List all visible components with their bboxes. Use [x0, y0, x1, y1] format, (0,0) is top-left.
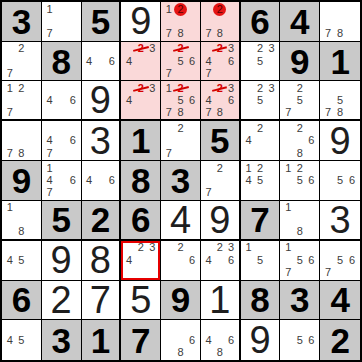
candidate-2: 2 — [214, 43, 225, 55]
candidate-7: 7 — [163, 147, 175, 159]
candidate-6: 6 — [186, 55, 198, 67]
cell-r5c5[interactable]: 3 — [161, 161, 201, 201]
cell-r8c8[interactable]: 3 — [280, 281, 320, 321]
candidate-6: 6 — [67, 135, 79, 147]
candidate-3: 3 — [147, 242, 159, 254]
given-digit: 3 — [290, 282, 309, 317]
candidate-4: 4 — [203, 254, 214, 266]
cell-r9c9[interactable]: 2 — [320, 320, 360, 360]
cell-r4c3[interactable]: 3 — [82, 121, 122, 161]
solved-digit: 2 — [51, 281, 72, 319]
cell-r1c8[interactable]: 4 — [280, 2, 320, 42]
cell-r6c5[interactable]: 4 — [161, 201, 201, 241]
cell-r6c7[interactable]: 7 — [241, 201, 281, 241]
pencil-marks: 18 — [4, 202, 39, 238]
cell-r5c9[interactable]: 56 — [320, 161, 360, 201]
cell-r7c5[interactable]: 26 — [161, 241, 201, 281]
solved-digit: 1 — [209, 281, 230, 319]
cell-r3c7[interactable]: 235 — [241, 81, 281, 121]
candidate-7: 7 — [322, 106, 334, 118]
cell-r8c9[interactable]: 4 — [320, 281, 360, 321]
given-digit: 3 — [171, 163, 190, 198]
candidate-1: 1 — [163, 82, 175, 94]
candidate-1: 1 — [163, 3, 175, 15]
candidate-3: 3 — [266, 43, 278, 55]
candidate-7: 7 — [322, 266, 334, 278]
pencil-marks: 78 — [4, 122, 39, 159]
candidate-7: 7 — [163, 27, 175, 39]
pencil-marks: 23467 — [203, 43, 237, 80]
candidate-1: 1 — [44, 162, 56, 174]
candidate-8: 8 — [175, 346, 187, 359]
candidate-4: 4 — [44, 174, 56, 186]
candidate-4: 4 — [4, 334, 16, 347]
given-digit: 5 — [51, 202, 70, 237]
candidate-1: 1 — [4, 82, 16, 94]
candidate-2: 2 — [254, 162, 266, 174]
candidate-4: 4 — [203, 334, 214, 347]
cell-r2c3[interactable]: 46 — [82, 42, 122, 82]
candidate-6: 6 — [186, 94, 198, 106]
solved-digit: 3 — [330, 201, 351, 239]
pencil-marks: 45 — [4, 321, 39, 359]
candidate-4: 4 — [123, 254, 135, 266]
cell-r8c6[interactable]: 1 — [201, 281, 241, 321]
candidate-5: 5 — [16, 254, 28, 266]
cell-r2c5[interactable]: 2567 — [161, 42, 201, 82]
candidate-2: 2 — [175, 82, 187, 94]
cell-r5c2[interactable]: 1467 — [42, 161, 82, 201]
candidate-6: 6 — [67, 94, 79, 106]
pencil-marks: 15 — [243, 242, 278, 279]
cell-r7c1[interactable]: 45 — [2, 241, 42, 281]
candidate-4: 4 — [84, 174, 95, 186]
candidate-6: 6 — [346, 254, 358, 266]
pencil-marks: 17 — [44, 3, 79, 40]
solved-digit: 8 — [90, 241, 111, 279]
candidate-6: 6 — [106, 55, 117, 67]
cell-r3c2[interactable]: 46 — [42, 81, 82, 121]
cell-r6c2[interactable]: 5 — [42, 201, 82, 241]
pencil-marks: 78 — [322, 3, 358, 40]
candidate-2: 2 — [294, 162, 306, 174]
candidate-5: 5 — [16, 334, 28, 347]
candidate-1: 1 — [282, 242, 294, 254]
sudoku-board: 3175912782786478278462342567234672359112… — [0, 0, 362, 362]
pencil-marks: 56 — [322, 162, 358, 199]
pencil-marks: 27 — [203, 162, 237, 199]
given-digit: 8 — [250, 282, 269, 317]
cell-r9c1[interactable]: 45 — [2, 320, 42, 360]
candidate-2: 2 — [214, 3, 225, 15]
candidate-5: 5 — [294, 334, 306, 347]
pencil-marks: 1245 — [243, 162, 278, 199]
candidate-2: 2 — [175, 122, 187, 134]
candidate-2: 2 — [294, 82, 306, 94]
cell-r4c9[interactable]: 9 — [320, 121, 360, 161]
pencil-marks: 235 — [243, 82, 278, 118]
candidate-6: 6 — [67, 174, 79, 186]
cell-r9c5[interactable]: 68 — [161, 320, 201, 360]
pencil-marks: 234 — [123, 43, 158, 80]
candidate-2: 2 — [254, 122, 266, 134]
candidate-8: 8 — [214, 27, 225, 39]
cell-r1c1[interactable]: 3 — [2, 2, 42, 42]
given-digit: 9 — [290, 44, 309, 79]
cell-r5c7[interactable]: 1245 — [241, 161, 281, 201]
pencil-marks: 56 — [282, 321, 317, 359]
pencil-marks: 2567 — [163, 43, 198, 80]
cell-r4c1[interactable]: 78 — [2, 121, 42, 161]
candidate-2: 2 — [175, 242, 187, 254]
given-digit: 4 — [330, 282, 349, 317]
cell-r8c4[interactable]: 5 — [121, 281, 161, 321]
candidate-5: 5 — [254, 174, 266, 186]
cell-r9c4[interactable]: 7 — [121, 320, 161, 360]
candidate-2: 2 — [135, 43, 147, 55]
cell-r6c9[interactable]: 3 — [320, 201, 360, 241]
candidate-7: 7 — [203, 27, 214, 39]
solved-digit: 9 — [90, 81, 111, 119]
given-digit: 5 — [91, 4, 110, 39]
cell-r1c3[interactable]: 5 — [82, 2, 122, 42]
candidate-6: 6 — [346, 174, 358, 186]
candidate-4: 4 — [84, 55, 95, 67]
pencil-marks: 257 — [282, 82, 317, 118]
candidate-8: 8 — [294, 147, 306, 159]
cell-r7c3[interactable]: 8 — [82, 241, 122, 281]
cell-r9c2[interactable]: 3 — [42, 320, 82, 360]
cell-r1c4[interactable]: 9 — [121, 2, 161, 42]
candidate-2: 2 — [294, 122, 306, 134]
pencil-marks: 24 — [243, 122, 278, 159]
candidate-6: 6 — [306, 334, 318, 347]
candidate-1: 1 — [44, 3, 56, 15]
candidate-8: 8 — [214, 106, 225, 118]
candidate-2: 2 — [135, 242, 147, 254]
given-digit: 2 — [91, 202, 110, 237]
candidate-4: 4 — [203, 55, 214, 67]
cell-r7c4[interactable]: 234 — [121, 241, 161, 281]
given-digit: 7 — [250, 202, 269, 237]
cell-r2c4[interactable]: 234 — [121, 42, 161, 82]
candidate-7: 7 — [203, 187, 214, 199]
cell-r3c8[interactable]: 257 — [280, 81, 320, 121]
candidate-7: 7 — [282, 106, 294, 118]
cell-r6c3[interactable]: 2 — [82, 201, 122, 241]
cell-r5c4[interactable]: 8 — [121, 161, 161, 201]
candidate-4: 4 — [243, 135, 255, 147]
candidate-2: 2 — [254, 43, 266, 55]
candidate-6: 6 — [225, 254, 236, 266]
cell-r6c1[interactable]: 18 — [2, 201, 42, 241]
cell-r5c8[interactable]: 1256 — [280, 161, 320, 201]
pencil-marks: 468 — [203, 321, 237, 359]
cell-r4c6[interactable]: 5 — [201, 121, 241, 161]
candidate-1: 1 — [282, 162, 294, 174]
pencil-marks: 127 — [4, 82, 39, 118]
candidate-8: 8 — [175, 27, 187, 39]
candidate-5: 5 — [175, 94, 187, 106]
candidate-6: 6 — [225, 55, 236, 67]
cell-r5c3[interactable]: 46 — [82, 161, 122, 201]
cell-r1c6[interactable]: 278 — [201, 2, 241, 42]
given-digit: 7 — [131, 323, 150, 358]
candidate-7: 7 — [4, 106, 16, 118]
cell-r3c1[interactable]: 127 — [2, 81, 42, 121]
candidate-5: 5 — [254, 94, 266, 106]
given-digit: 6 — [131, 202, 150, 237]
cell-r2c7[interactable]: 235 — [241, 42, 281, 82]
candidate-3: 3 — [266, 82, 278, 94]
pencil-marks: 234678 — [203, 82, 237, 118]
candidate-2: 2 — [175, 43, 187, 55]
candidate-8: 8 — [334, 27, 346, 39]
cell-r1c9[interactable]: 78 — [320, 2, 360, 42]
cell-r6c4[interactable]: 6 — [121, 201, 161, 241]
cell-r2c8[interactable]: 9 — [280, 42, 320, 82]
given-digit: 3 — [51, 323, 70, 358]
cell-r2c6[interactable]: 23467 — [201, 42, 241, 82]
candidate-4: 4 — [44, 135, 56, 147]
cell-r4c4[interactable]: 1 — [121, 121, 161, 161]
cell-r3c6[interactable]: 234678 — [201, 81, 241, 121]
candidate-3: 3 — [225, 82, 236, 94]
cell-r4c7[interactable]: 24 — [241, 121, 281, 161]
candidate-8: 8 — [214, 346, 225, 359]
candidate-5: 5 — [294, 174, 306, 186]
cell-r3c9[interactable]: 578 — [320, 81, 360, 121]
solved-digit: 9 — [130, 2, 151, 40]
cell-r7c8[interactable]: 1567 — [280, 241, 320, 281]
candidate-4: 4 — [123, 55, 135, 67]
cell-r7c6[interactable]: 2346 — [201, 241, 241, 281]
candidate-4: 4 — [44, 94, 56, 106]
cell-r4c8[interactable]: 268 — [280, 121, 320, 161]
solved-digit: 9 — [249, 321, 270, 359]
pencil-marks: 567 — [322, 242, 358, 279]
pencil-marks: 2346 — [203, 242, 237, 279]
candidate-5: 5 — [254, 55, 266, 67]
cell-r4c2[interactable]: 467 — [42, 121, 82, 161]
given-digit: 9 — [171, 282, 190, 317]
candidate-6: 6 — [186, 254, 198, 266]
solved-digit: 4 — [170, 201, 191, 239]
pencil-marks: 278 — [203, 3, 237, 40]
cell-r6c6[interactable]: 9 — [201, 201, 241, 241]
candidate-7: 7 — [4, 147, 16, 159]
solved-digit: 9 — [209, 201, 230, 239]
candidate-1: 1 — [243, 162, 255, 174]
cell-r3c4[interactable]: 234 — [121, 81, 161, 121]
given-digit: 8 — [131, 163, 150, 198]
given-digit: 6 — [12, 282, 31, 317]
candidate-3: 3 — [147, 43, 159, 55]
cell-r7c7[interactable]: 15 — [241, 241, 281, 281]
cell-r8c7[interactable]: 8 — [241, 281, 281, 321]
candidate-8: 8 — [16, 147, 28, 159]
given-digit: 5 — [210, 123, 229, 158]
cell-r6c8[interactable]: 18 — [280, 201, 320, 241]
given-digit: 6 — [250, 4, 269, 39]
candidate-6: 6 — [186, 334, 198, 347]
pencil-marks: 578 — [322, 82, 358, 118]
pencil-marks: 46 — [44, 82, 79, 118]
pencil-marks: 26 — [163, 242, 198, 279]
pencil-marks: 68 — [163, 321, 198, 359]
candidate-2: 2 — [214, 82, 225, 94]
candidate-7: 7 — [44, 147, 56, 159]
candidate-6: 6 — [225, 94, 236, 106]
solved-digit: 9 — [330, 122, 351, 160]
given-digit: 3 — [12, 4, 31, 39]
candidate-7: 7 — [282, 266, 294, 278]
candidate-2: 2 — [16, 43, 28, 55]
candidate-5: 5 — [254, 254, 266, 266]
candidate-2: 2 — [175, 3, 187, 15]
given-digit: 4 — [290, 4, 309, 39]
cell-r7c2[interactable]: 9 — [42, 241, 82, 281]
candidate-6: 6 — [106, 174, 117, 186]
solved-digit: 7 — [90, 281, 111, 319]
cell-r2c9[interactable]: 1 — [320, 42, 360, 82]
candidate-7: 7 — [44, 27, 56, 39]
cell-r5c6[interactable]: 27 — [201, 161, 241, 201]
cell-r8c3[interactable]: 7 — [82, 281, 122, 321]
candidate-6: 6 — [306, 174, 318, 186]
candidate-2: 2 — [214, 242, 225, 254]
candidate-2: 2 — [214, 162, 225, 174]
candidate-2: 2 — [135, 82, 147, 94]
candidate-7: 7 — [4, 67, 16, 79]
candidate-4: 4 — [243, 174, 255, 186]
cell-r7c9[interactable]: 567 — [320, 241, 360, 281]
candidate-6: 6 — [306, 135, 318, 147]
candidate-3: 3 — [225, 242, 236, 254]
given-digit: 9 — [12, 163, 31, 198]
candidate-7: 7 — [203, 106, 214, 118]
solved-digit: 3 — [90, 122, 111, 160]
pencil-marks: 1256 — [282, 162, 317, 199]
candidate-5: 5 — [294, 254, 306, 266]
cell-r2c1[interactable]: 27 — [2, 42, 42, 82]
cell-r9c6[interactable]: 468 — [201, 320, 241, 360]
cell-r1c2[interactable]: 17 — [42, 2, 82, 42]
pencil-marks: 46 — [84, 162, 118, 199]
candidate-3: 3 — [225, 43, 236, 55]
pencil-marks: 467 — [44, 122, 79, 159]
candidate-1: 1 — [4, 202, 16, 214]
candidate-6: 6 — [225, 334, 236, 347]
candidate-7: 7 — [322, 27, 334, 39]
candidate-6: 6 — [306, 254, 318, 266]
candidate-8: 8 — [16, 226, 28, 238]
cell-r9c3[interactable]: 1 — [82, 320, 122, 360]
pencil-marks: 1567 — [282, 242, 317, 279]
cell-r1c5[interactable]: 1278 — [161, 2, 201, 42]
cell-r4c5[interactable]: 27 — [161, 121, 201, 161]
pencil-marks: 1467 — [44, 162, 79, 199]
cell-r9c7[interactable]: 9 — [241, 320, 281, 360]
candidate-5: 5 — [334, 174, 346, 186]
given-digit: 8 — [51, 44, 70, 79]
candidate-4: 4 — [4, 254, 16, 266]
cell-r8c2[interactable]: 2 — [42, 281, 82, 321]
pencil-marks: 234 — [123, 82, 158, 118]
cell-r3c3[interactable]: 9 — [82, 81, 122, 121]
candidate-1: 1 — [282, 202, 294, 214]
candidate-2: 2 — [16, 82, 28, 94]
cell-r3c5[interactable]: 125678 — [161, 81, 201, 121]
candidate-5: 5 — [334, 94, 346, 106]
candidate-8: 8 — [294, 226, 306, 238]
given-digit: 2 — [330, 323, 349, 358]
candidate-8: 8 — [175, 106, 187, 118]
candidate-5: 5 — [334, 254, 346, 266]
candidate-7: 7 — [203, 67, 214, 79]
candidate-7: 7 — [44, 187, 56, 199]
given-digit: 1 — [91, 323, 110, 358]
candidate-4: 4 — [123, 94, 135, 106]
pencil-marks: 18 — [282, 202, 317, 238]
candidate-5: 5 — [175, 55, 187, 67]
candidate-4: 4 — [203, 94, 214, 106]
pencil-marks: 45 — [4, 242, 39, 279]
pencil-marks: 27 — [4, 43, 39, 80]
candidate-5: 5 — [294, 94, 306, 106]
cell-r9c8[interactable]: 56 — [280, 320, 320, 360]
candidate-7: 7 — [163, 67, 175, 79]
pencil-marks: 46 — [84, 43, 118, 80]
given-digit: 1 — [330, 44, 349, 79]
cell-r8c5[interactable]: 9 — [161, 281, 201, 321]
given-digit: 1 — [131, 123, 150, 158]
pencil-marks: 27 — [163, 122, 198, 159]
cell-r1c7[interactable]: 6 — [241, 2, 281, 42]
pencil-marks: 125678 — [163, 82, 198, 118]
cell-r8c1[interactable]: 6 — [2, 281, 42, 321]
pencil-marks: 1278 — [163, 3, 198, 40]
pencil-marks: 235 — [243, 43, 278, 80]
cell-r5c1[interactable]: 9 — [2, 161, 42, 201]
candidate-1: 1 — [243, 242, 255, 254]
candidate-2: 2 — [254, 82, 266, 94]
candidate-7: 7 — [163, 106, 175, 118]
solved-digit: 9 — [51, 241, 72, 279]
solved-digit: 5 — [130, 281, 151, 319]
candidate-3: 3 — [147, 82, 159, 94]
pencil-marks: 234 — [123, 242, 158, 279]
candidate-8: 8 — [334, 106, 346, 118]
pencil-marks: 268 — [282, 122, 317, 159]
cell-r2c2[interactable]: 8 — [42, 42, 82, 82]
